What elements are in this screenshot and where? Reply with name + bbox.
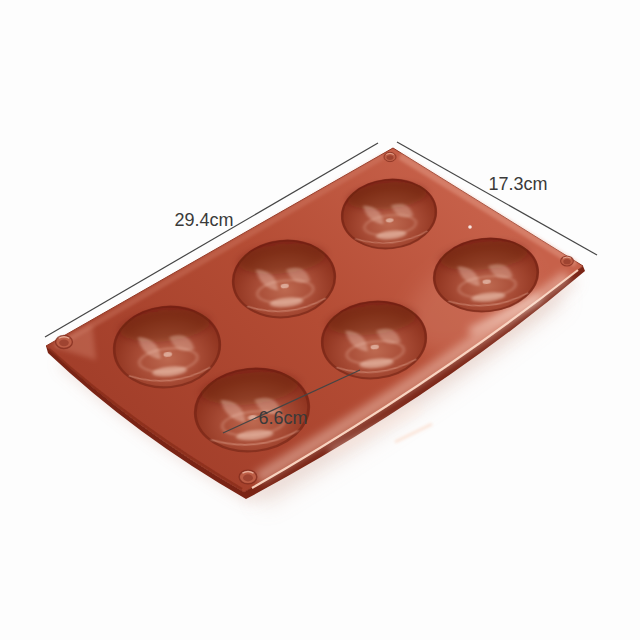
dust-speck xyxy=(468,225,472,229)
width-dimension-label: 17.3cm xyxy=(488,174,547,194)
cavity-diameter-dimension-label: 6.6cm xyxy=(258,408,307,428)
corner-nub-top xyxy=(384,152,396,161)
mold-illustration: 29.4cm 17.3cm 6.6cm xyxy=(0,0,640,640)
product-photo: 29.4cm 17.3cm 6.6cm xyxy=(0,0,640,640)
length-dimension-label: 29.4cm xyxy=(174,210,233,230)
corner-nub-bottom xyxy=(239,470,257,484)
corner-nub-left xyxy=(56,335,73,348)
corner-nub-right xyxy=(561,256,574,266)
